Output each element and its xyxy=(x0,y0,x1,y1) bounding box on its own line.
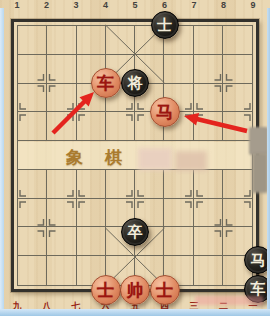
column-label-top: 7 xyxy=(187,0,201,11)
piece-red-advisor[interactable]: 士 xyxy=(150,275,180,305)
app-edge-bottom xyxy=(0,309,270,316)
column-label-top: 6 xyxy=(158,0,172,11)
piece-black-general[interactable]: 将 xyxy=(121,69,149,97)
app-edge-left xyxy=(0,8,4,316)
column-label-top: 1 xyxy=(10,0,24,11)
column-label-top: 3 xyxy=(69,0,83,11)
column-label-top: 8 xyxy=(217,0,231,11)
piece-black-soldier[interactable]: 卒 xyxy=(121,218,149,246)
column-label-top: 5 xyxy=(128,0,142,11)
xiangqi-app: 象棋 123456789 九八七六五四三二一 士车将马卒马士帅士车 xyxy=(0,0,270,316)
river-text: 象棋 xyxy=(66,146,144,169)
column-label-top: 2 xyxy=(40,0,54,11)
piece-red-horse[interactable]: 马 xyxy=(150,97,180,127)
column-label-top: 4 xyxy=(99,0,113,11)
piece-red-general[interactable]: 帅 xyxy=(120,275,150,305)
piece-black-advisor[interactable]: 士 xyxy=(151,11,179,39)
piece-red-chariot[interactable]: 车 xyxy=(91,68,121,98)
piece-red-advisor[interactable]: 士 xyxy=(91,275,121,305)
column-label-top: 9 xyxy=(246,0,260,11)
app-edge-right xyxy=(267,8,270,316)
